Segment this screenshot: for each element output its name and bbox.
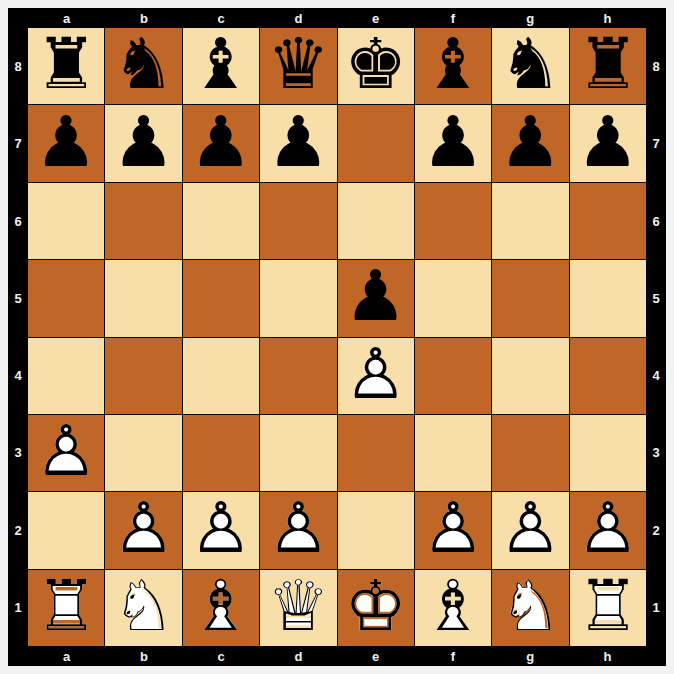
board-grid[interactable]: ♜♞♝♛♚♝♞♜♟♟♟♟♟♟♟♟♟♙♟♙♟♙♟♙♟♙♟♙♟♙♟♙♜♖♞♘♝♗♛♕… <box>28 28 646 646</box>
square-g1[interactable]: ♞♘ <box>492 570 568 646</box>
file-label-bottom-f: f <box>414 646 491 666</box>
square-g7[interactable]: ♟ <box>492 105 568 181</box>
square-a7[interactable]: ♟ <box>28 105 104 181</box>
file-label-bottom-e: e <box>337 646 414 666</box>
piece-glyph: ♟ <box>499 107 562 177</box>
piece-glyph: ♝ <box>422 29 485 99</box>
square-f5[interactable] <box>415 260 491 336</box>
square-c3[interactable] <box>183 415 259 491</box>
rank-label-right-2: 2 <box>646 492 666 569</box>
piece-outline-glyph: ♗ <box>422 571 485 641</box>
square-b3[interactable] <box>105 415 181 491</box>
square-b6[interactable] <box>105 183 181 259</box>
piece-glyph: ♟ <box>422 107 485 177</box>
square-c7[interactable]: ♟ <box>183 105 259 181</box>
square-a6[interactable] <box>28 183 104 259</box>
piece-black-rook[interactable]: ♜ <box>35 29 98 99</box>
piece-black-king[interactable]: ♚ <box>344 29 407 99</box>
piece-white-bishop[interactable]: ♝♗ <box>190 571 253 641</box>
piece-outline-glyph: ♔ <box>344 571 407 641</box>
board-frame: abcdefgh abcdefgh 87654321 87654321 ♜♞♝♛… <box>8 8 666 666</box>
square-a5[interactable] <box>28 260 104 336</box>
square-g6[interactable] <box>492 183 568 259</box>
file-label-top-d: d <box>260 8 337 28</box>
square-c4[interactable] <box>183 338 259 414</box>
piece-outline-glyph: ♙ <box>499 493 562 563</box>
rank-label-left-8: 8 <box>8 28 28 105</box>
piece-outline-glyph: ♙ <box>576 493 639 563</box>
piece-outline-glyph: ♘ <box>499 571 562 641</box>
square-b5[interactable] <box>105 260 181 336</box>
piece-white-queen[interactable]: ♛♕ <box>267 571 330 641</box>
square-h2[interactable]: ♟♙ <box>570 492 646 568</box>
piece-black-knight[interactable]: ♞ <box>499 29 562 99</box>
piece-glyph: ♟ <box>35 107 98 177</box>
square-g3[interactable] <box>492 415 568 491</box>
square-b1[interactable]: ♞♘ <box>105 570 181 646</box>
piece-glyph: ♟ <box>112 107 175 177</box>
piece-white-pawn[interactable]: ♟♙ <box>112 493 175 563</box>
square-f6[interactable] <box>415 183 491 259</box>
file-label-top-h: h <box>569 8 646 28</box>
square-b8[interactable]: ♞ <box>105 28 181 104</box>
file-label-top-a: a <box>28 8 105 28</box>
square-h3[interactable] <box>570 415 646 491</box>
square-e3[interactable] <box>338 415 414 491</box>
piece-outline-glyph: ♙ <box>267 493 330 563</box>
square-d3[interactable] <box>260 415 336 491</box>
piece-glyph: ♞ <box>112 29 175 99</box>
piece-black-pawn[interactable]: ♟ <box>112 107 175 177</box>
square-g2[interactable]: ♟♙ <box>492 492 568 568</box>
rank-label-right-6: 6 <box>646 183 666 260</box>
rank-label-right-5: 5 <box>646 260 666 337</box>
square-b7[interactable]: ♟ <box>105 105 181 181</box>
square-a2[interactable] <box>28 492 104 568</box>
square-g5[interactable] <box>492 260 568 336</box>
square-d1[interactable]: ♛♕ <box>260 570 336 646</box>
rank-label-left-7: 7 <box>8 105 28 182</box>
rank-label-left-5: 5 <box>8 260 28 337</box>
square-h7[interactable]: ♟ <box>570 105 646 181</box>
square-f1[interactable]: ♝♗ <box>415 570 491 646</box>
piece-outline-glyph: ♕ <box>267 571 330 641</box>
piece-black-queen[interactable]: ♛ <box>267 29 330 99</box>
piece-white-pawn[interactable]: ♟♙ <box>190 493 253 563</box>
piece-outline-glyph: ♖ <box>576 571 639 641</box>
square-e8[interactable]: ♚ <box>338 28 414 104</box>
piece-black-pawn[interactable]: ♟ <box>267 107 330 177</box>
square-e7[interactable] <box>338 105 414 181</box>
piece-white-pawn[interactable]: ♟♙ <box>344 339 407 409</box>
rank-label-left-4: 4 <box>8 337 28 414</box>
piece-glyph: ♟ <box>576 107 639 177</box>
square-g4[interactable] <box>492 338 568 414</box>
file-label-bottom-d: d <box>260 646 337 666</box>
square-a8[interactable]: ♜ <box>28 28 104 104</box>
square-c8[interactable]: ♝ <box>183 28 259 104</box>
square-e5[interactable]: ♟ <box>338 260 414 336</box>
square-d8[interactable]: ♛ <box>260 28 336 104</box>
square-h5[interactable] <box>570 260 646 336</box>
rank-label-right-4: 4 <box>646 337 666 414</box>
square-b4[interactable] <box>105 338 181 414</box>
piece-glyph: ♟ <box>344 261 407 331</box>
square-e1[interactable]: ♚♔ <box>338 570 414 646</box>
piece-black-pawn[interactable]: ♟ <box>344 261 407 331</box>
square-a1[interactable]: ♜♖ <box>28 570 104 646</box>
square-d4[interactable] <box>260 338 336 414</box>
piece-white-knight[interactable]: ♞♘ <box>499 571 562 641</box>
square-d2[interactable]: ♟♙ <box>260 492 336 568</box>
piece-outline-glyph: ♖ <box>35 571 98 641</box>
square-e2[interactable] <box>338 492 414 568</box>
file-label-bottom-g: g <box>492 646 569 666</box>
piece-white-king[interactable]: ♚♔ <box>344 571 407 641</box>
piece-outline-glyph: ♙ <box>190 493 253 563</box>
piece-glyph: ♜ <box>35 29 98 99</box>
square-a4[interactable] <box>28 338 104 414</box>
rank-labels-right: 87654321 <box>646 28 666 646</box>
piece-white-pawn[interactable]: ♟♙ <box>267 493 330 563</box>
piece-glyph: ♚ <box>344 29 407 99</box>
rank-label-right-1: 1 <box>646 569 666 646</box>
square-f4[interactable] <box>415 338 491 414</box>
square-g8[interactable]: ♞ <box>492 28 568 104</box>
square-d6[interactable] <box>260 183 336 259</box>
file-labels-top: abcdefgh <box>28 8 646 28</box>
rank-labels-left: 87654321 <box>8 28 28 646</box>
rank-label-left-2: 2 <box>8 492 28 569</box>
square-a3[interactable]: ♟♙ <box>28 415 104 491</box>
square-h8[interactable]: ♜ <box>570 28 646 104</box>
square-c1[interactable]: ♝♗ <box>183 570 259 646</box>
square-e4[interactable]: ♟♙ <box>338 338 414 414</box>
square-f7[interactable]: ♟ <box>415 105 491 181</box>
file-label-top-c: c <box>183 8 260 28</box>
piece-black-pawn[interactable]: ♟ <box>190 107 253 177</box>
piece-black-pawn[interactable]: ♟ <box>35 107 98 177</box>
file-labels-bottom: abcdefgh <box>28 646 646 666</box>
square-b2[interactable]: ♟♙ <box>105 492 181 568</box>
piece-black-bishop[interactable]: ♝ <box>190 29 253 99</box>
square-f2[interactable]: ♟♙ <box>415 492 491 568</box>
piece-glyph: ♛ <box>267 29 330 99</box>
piece-white-pawn[interactable]: ♟♙ <box>499 493 562 563</box>
piece-white-pawn[interactable]: ♟♙ <box>422 493 485 563</box>
piece-outline-glyph: ♙ <box>344 339 407 409</box>
piece-black-pawn[interactable]: ♟ <box>499 107 562 177</box>
piece-outline-glyph: ♘ <box>112 571 175 641</box>
file-label-top-g: g <box>492 8 569 28</box>
file-label-bottom-a: a <box>28 646 105 666</box>
rank-label-left-6: 6 <box>8 183 28 260</box>
piece-outline-glyph: ♙ <box>422 493 485 563</box>
piece-glyph: ♝ <box>190 29 253 99</box>
file-label-bottom-c: c <box>183 646 260 666</box>
piece-black-knight[interactable]: ♞ <box>112 29 175 99</box>
file-label-top-b: b <box>105 8 182 28</box>
square-e6[interactable] <box>338 183 414 259</box>
square-h6[interactable] <box>570 183 646 259</box>
file-label-top-e: e <box>337 8 414 28</box>
piece-white-pawn[interactable]: ♟♙ <box>576 493 639 563</box>
square-c5[interactable] <box>183 260 259 336</box>
piece-white-pawn[interactable]: ♟♙ <box>35 416 98 486</box>
piece-glyph: ♞ <box>499 29 562 99</box>
piece-white-rook[interactable]: ♜♖ <box>576 571 639 641</box>
file-label-bottom-b: b <box>105 646 182 666</box>
square-h4[interactable] <box>570 338 646 414</box>
file-label-bottom-h: h <box>569 646 646 666</box>
rank-label-left-3: 3 <box>8 414 28 491</box>
file-label-top-f: f <box>414 8 491 28</box>
square-c2[interactable]: ♟♙ <box>183 492 259 568</box>
square-d5[interactable] <box>260 260 336 336</box>
square-c6[interactable] <box>183 183 259 259</box>
piece-white-bishop[interactable]: ♝♗ <box>422 571 485 641</box>
piece-black-rook[interactable]: ♜ <box>576 29 639 99</box>
piece-black-pawn[interactable]: ♟ <box>576 107 639 177</box>
piece-white-rook[interactable]: ♜♖ <box>35 571 98 641</box>
square-d7[interactable]: ♟ <box>260 105 336 181</box>
square-h1[interactable]: ♜♖ <box>570 570 646 646</box>
rank-label-right-8: 8 <box>646 28 666 105</box>
piece-white-knight[interactable]: ♞♘ <box>112 571 175 641</box>
piece-glyph: ♜ <box>576 29 639 99</box>
rank-label-left-1: 1 <box>8 569 28 646</box>
piece-black-bishop[interactable]: ♝ <box>422 29 485 99</box>
piece-outline-glyph: ♙ <box>112 493 175 563</box>
square-f8[interactable]: ♝ <box>415 28 491 104</box>
rank-label-right-3: 3 <box>646 414 666 491</box>
piece-glyph: ♟ <box>190 107 253 177</box>
piece-outline-glyph: ♗ <box>190 571 253 641</box>
piece-outline-glyph: ♙ <box>35 416 98 486</box>
piece-glyph: ♟ <box>267 107 330 177</box>
piece-black-pawn[interactable]: ♟ <box>422 107 485 177</box>
rank-label-right-7: 7 <box>646 105 666 182</box>
square-f3[interactable] <box>415 415 491 491</box>
